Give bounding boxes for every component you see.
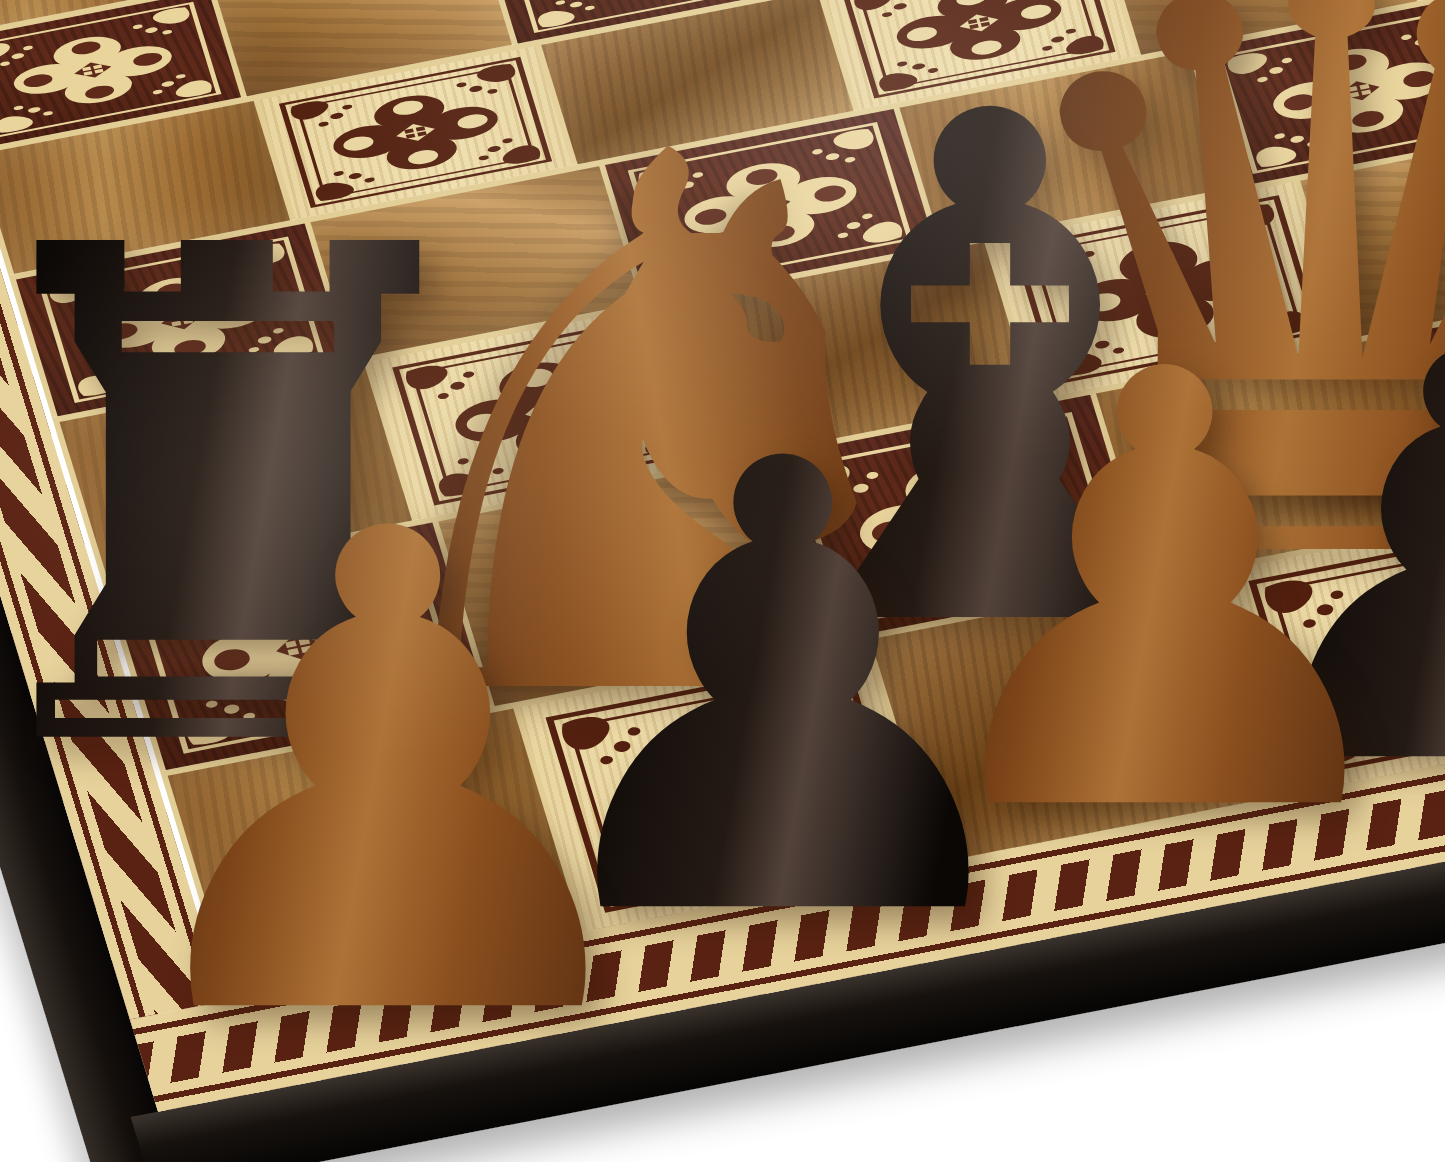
product-photo: ♜♞♝♛♟♟♟♟: [0, 0, 1445, 1162]
piece-white-pawn-left-a1: ♟: [92, 447, 684, 1107]
